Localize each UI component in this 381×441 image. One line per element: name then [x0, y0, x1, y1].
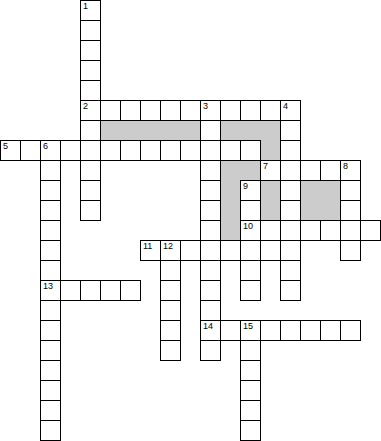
- cell-r14-c10[interactable]: [200, 280, 221, 301]
- cell-r16-c13[interactable]: [260, 320, 281, 341]
- cell-r16-c2[interactable]: [40, 320, 61, 341]
- cell-r14-c3[interactable]: [60, 280, 81, 301]
- cell-r0-c4[interactable]: 1: [80, 0, 101, 21]
- cell-r11-c17[interactable]: [340, 220, 361, 241]
- shaded-cell-r10-c13: [260, 200, 281, 221]
- cell-r11-c13[interactable]: [260, 220, 281, 241]
- cell-r18-c12[interactable]: [240, 360, 261, 381]
- shaded-cell-r8-c11: [220, 160, 241, 181]
- cell-r7-c3[interactable]: [60, 140, 81, 161]
- cell-r8-c14[interactable]: [280, 160, 301, 181]
- cell-r14-c5[interactable]: [100, 280, 121, 301]
- shaded-cell-r10-c16: [320, 200, 341, 221]
- cell-r12-c11[interactable]: [220, 240, 241, 261]
- shaded-cell-r9-c15: [300, 180, 321, 201]
- cell-r9-c10[interactable]: [200, 180, 221, 201]
- clue-number-5: 5: [3, 141, 8, 151]
- cell-r12-c14[interactable]: [280, 240, 301, 261]
- cell-r8-c4[interactable]: [80, 160, 101, 181]
- cell-r14-c14[interactable]: [280, 280, 301, 301]
- cell-r15-c8[interactable]: [160, 300, 181, 321]
- cell-r7-c14[interactable]: [280, 140, 301, 161]
- cell-r13-c14[interactable]: [280, 260, 301, 281]
- cell-r5-c14[interactable]: 4: [280, 100, 301, 121]
- cell-r1-c4[interactable]: [80, 20, 101, 41]
- cell-r20-c2[interactable]: [40, 400, 61, 421]
- cell-r7-c2[interactable]: 6: [40, 140, 61, 161]
- shaded-cell-r9-c11: [220, 180, 241, 201]
- cell-r16-c11[interactable]: [220, 320, 241, 341]
- clue-number-11: 11: [143, 241, 152, 251]
- cell-r13-c8[interactable]: [160, 260, 181, 281]
- clue-number-8: 8: [343, 161, 348, 171]
- crossword-grid: 123456789101112131415: [0, 0, 381, 441]
- cell-r12-c9[interactable]: [180, 240, 201, 261]
- cell-r9-c4[interactable]: [80, 180, 101, 201]
- cell-r19-c2[interactable]: [40, 380, 61, 401]
- cell-r19-c12[interactable]: [240, 380, 261, 401]
- cell-r11-c16[interactable]: [320, 220, 341, 241]
- cell-r12-c12[interactable]: [240, 240, 261, 261]
- cell-r16-c15[interactable]: [300, 320, 321, 341]
- cell-r16-c14[interactable]: [280, 320, 301, 341]
- cell-r7-c12[interactable]: [240, 140, 261, 161]
- cell-r5-c9[interactable]: [180, 100, 201, 121]
- cell-r13-c12[interactable]: [240, 260, 261, 281]
- cell-r17-c8[interactable]: [160, 340, 181, 361]
- clue-number-7: 7: [263, 161, 268, 171]
- cell-r16-c16[interactable]: [320, 320, 341, 341]
- cell-r16-c8[interactable]: [160, 320, 181, 341]
- cell-r11-c12[interactable]: 10: [240, 220, 261, 241]
- cell-r14-c12[interactable]: [240, 280, 261, 301]
- clue-number-4: 4: [283, 101, 288, 111]
- cell-r14-c8[interactable]: [160, 280, 181, 301]
- cell-r10-c14[interactable]: [280, 200, 301, 221]
- cell-r16-c10[interactable]: 14: [200, 320, 221, 341]
- cell-r6-c10[interactable]: [200, 120, 221, 141]
- cell-r5-c4[interactable]: 2: [80, 100, 101, 121]
- cell-r8-c16[interactable]: [320, 160, 341, 181]
- shaded-cell-r6-c5: [100, 120, 121, 141]
- clue-number-3: 3: [203, 101, 208, 111]
- cell-r12-c2[interactable]: [40, 240, 61, 261]
- cell-r8-c17[interactable]: 8: [340, 160, 361, 181]
- cell-r5-c6[interactable]: [120, 100, 141, 121]
- cell-r8-c2[interactable]: [40, 160, 61, 181]
- cell-r8-c10[interactable]: [200, 160, 221, 181]
- shaded-cell-r6-c7: [140, 120, 161, 141]
- shaded-cell-r11-c11: [220, 220, 241, 241]
- cell-r9-c17[interactable]: [340, 180, 361, 201]
- cell-r7-c7[interactable]: [140, 140, 161, 161]
- cell-r10-c4[interactable]: [80, 200, 101, 221]
- clue-number-9: 9: [243, 181, 248, 191]
- cell-r8-c13[interactable]: 7: [260, 160, 281, 181]
- cell-r17-c12[interactable]: [240, 340, 261, 361]
- cell-r20-c12[interactable]: [240, 400, 261, 421]
- cell-r17-c10[interactable]: [200, 340, 221, 361]
- cell-r9-c2[interactable]: [40, 180, 61, 201]
- cell-r5-c8[interactable]: [160, 100, 181, 121]
- cell-r14-c4[interactable]: [80, 280, 101, 301]
- cell-r18-c2[interactable]: [40, 360, 61, 381]
- cell-r7-c0[interactable]: 5: [0, 140, 21, 161]
- cell-r11-c14[interactable]: [280, 220, 301, 241]
- cell-r5-c10[interactable]: 3: [200, 100, 221, 121]
- cell-r15-c2[interactable]: [40, 300, 61, 321]
- cell-r10-c12[interactable]: [240, 200, 261, 221]
- clue-number-14: 14: [203, 321, 213, 331]
- cell-r12-c10[interactable]: [200, 240, 221, 261]
- shaded-cell-r6-c8: [160, 120, 181, 141]
- cell-r5-c13[interactable]: [260, 100, 281, 121]
- cell-r13-c2[interactable]: [40, 260, 61, 281]
- cell-r8-c15[interactable]: [300, 160, 321, 181]
- cell-r10-c17[interactable]: [340, 200, 361, 221]
- cell-r6-c14[interactable]: [280, 120, 301, 141]
- shaded-cell-r9-c13: [260, 180, 281, 201]
- cell-r16-c17[interactable]: [340, 320, 361, 341]
- shaded-cell-r6-c13: [260, 120, 281, 141]
- cell-r10-c2[interactable]: [40, 200, 61, 221]
- cell-r2-c4[interactable]: [80, 40, 101, 61]
- cell-r7-c6[interactable]: [120, 140, 141, 161]
- cell-r16-c12[interactable]: 15: [240, 320, 261, 341]
- cell-r11-c2[interactable]: [40, 220, 61, 241]
- clue-number-10: 10: [243, 221, 253, 231]
- clue-number-12: 12: [163, 241, 173, 251]
- cell-r5-c11[interactable]: [220, 100, 241, 121]
- shaded-cell-r6-c6: [120, 120, 141, 141]
- cell-r15-c10[interactable]: [200, 300, 221, 321]
- shaded-cell-r7-c13: [260, 140, 281, 161]
- cell-r12-c8[interactable]: 12: [160, 240, 181, 261]
- clue-number-1: 1: [83, 1, 88, 11]
- shaded-cell-r8-c12: [240, 160, 261, 181]
- cell-r7-c8[interactable]: [160, 140, 181, 161]
- cell-r9-c14[interactable]: [280, 180, 301, 201]
- clue-number-6: 6: [43, 141, 48, 151]
- cell-r7-c9[interactable]: [180, 140, 201, 161]
- cell-r5-c12[interactable]: [240, 100, 261, 121]
- cell-r10-c10[interactable]: [200, 200, 221, 221]
- cell-r11-c18[interactable]: [360, 220, 381, 241]
- cell-r11-c10[interactable]: [200, 220, 221, 241]
- shaded-cell-r9-c16: [320, 180, 341, 201]
- cell-r14-c6[interactable]: [120, 280, 141, 301]
- clue-number-15: 15: [243, 321, 253, 331]
- cell-r14-c2[interactable]: 13: [40, 280, 61, 301]
- cell-r4-c4[interactable]: [80, 80, 101, 101]
- cell-r5-c5[interactable]: [100, 100, 121, 121]
- cell-r12-c17[interactable]: [340, 240, 361, 261]
- shaded-cell-r6-c11: [220, 120, 241, 141]
- shaded-cell-r6-c9: [180, 120, 201, 141]
- cell-r13-c10[interactable]: [200, 260, 221, 281]
- cell-r7-c5[interactable]: [100, 140, 121, 161]
- cell-r6-c4[interactable]: [80, 120, 101, 141]
- clue-number-2: 2: [83, 101, 88, 111]
- cell-r12-c13[interactable]: [260, 240, 281, 261]
- cell-r7-c1[interactable]: [20, 140, 41, 161]
- cell-r7-c11[interactable]: [220, 140, 241, 161]
- cell-r9-c12[interactable]: 9: [240, 180, 261, 201]
- shaded-cell-r10-c11: [220, 200, 241, 221]
- cell-r11-c15[interactable]: [300, 220, 321, 241]
- cell-r21-c12[interactable]: [240, 420, 261, 441]
- shaded-cell-r6-c12: [240, 120, 261, 141]
- cell-r7-c4[interactable]: [80, 140, 101, 161]
- shaded-cell-r10-c15: [300, 200, 321, 221]
- cell-r12-c7[interactable]: 11: [140, 240, 161, 261]
- clue-number-13: 13: [43, 281, 53, 291]
- cell-r5-c7[interactable]: [140, 100, 161, 121]
- cell-r7-c10[interactable]: [200, 140, 221, 161]
- cell-r17-c2[interactable]: [40, 340, 61, 361]
- cell-r21-c2[interactable]: [40, 420, 61, 441]
- cell-r3-c4[interactable]: [80, 60, 101, 81]
